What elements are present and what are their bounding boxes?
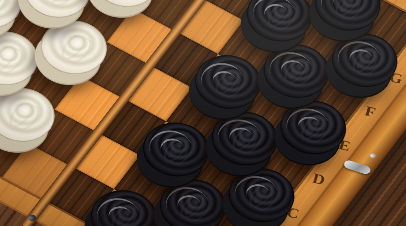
hinge-pin (26, 213, 37, 222)
metal-clasp (343, 159, 372, 175)
checkers-board: ABCDEFGH ⛀⛀⛀⛀⛀⛀⛀⛀⛀⛀⛀⛀⛂⛂⛂⛂⛂⛂⛂⛂⛂⛂⛂⛂ (0, 0, 406, 226)
clasp-screw (369, 152, 377, 158)
scene: ABCDEFGH ⛀⛀⛀⛀⛀⛀⛀⛀⛀⛀⛀⛀⛂⛂⛂⛂⛂⛂⛂⛂⛂⛂⛂⛂ (0, 0, 406, 226)
